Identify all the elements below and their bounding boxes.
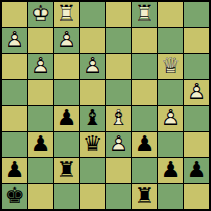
black-rook-icon: ♜ — [57, 159, 77, 181]
black-pawn-icon: ♟ — [5, 159, 25, 181]
square-a8[interactable] — [2, 2, 27, 27]
white-bishop-icon: ♝♗ — [109, 107, 129, 129]
square-g5[interactable] — [158, 80, 183, 105]
square-g4[interactable]: ♟♙ — [158, 106, 183, 131]
white-pawn-icon: ♟♙ — [83, 55, 103, 77]
black-pawn-icon: ♟ — [57, 107, 77, 129]
square-h3[interactable] — [184, 132, 209, 157]
square-d8[interactable] — [80, 2, 105, 27]
square-h6[interactable] — [184, 54, 209, 79]
white-pawn-icon: ♟♙ — [57, 29, 77, 51]
square-a1[interactable]: ♚ — [2, 184, 27, 209]
square-e4[interactable]: ♝♗ — [106, 106, 131, 131]
white-king-icon: ♚♔ — [31, 3, 51, 25]
square-f7[interactable] — [132, 28, 157, 53]
square-g7[interactable] — [158, 28, 183, 53]
black-pawn-icon: ♟ — [31, 133, 51, 155]
square-c5[interactable] — [54, 80, 79, 105]
square-d7[interactable] — [80, 28, 105, 53]
square-d1[interactable] — [80, 184, 105, 209]
square-f3[interactable]: ♟ — [132, 132, 157, 157]
black-pawn-icon: ♟ — [161, 159, 181, 181]
square-b4[interactable] — [28, 106, 53, 131]
square-d5[interactable] — [80, 80, 105, 105]
chess-board-frame: ♚♔♜♖♜♖♟♙♟♙♟♙♟♙♛♕♟♙♟♝♝♗♟♙♟♛♟♙♟♟♜♟♟♚♜ — [0, 0, 211, 211]
square-h5[interactable]: ♟♙ — [184, 80, 209, 105]
square-f4[interactable] — [132, 106, 157, 131]
chess-board: ♚♔♜♖♜♖♟♙♟♙♟♙♟♙♛♕♟♙♟♝♝♗♟♙♟♛♟♙♟♟♜♟♟♚♜ — [2, 2, 209, 209]
square-e5[interactable] — [106, 80, 131, 105]
square-b5[interactable] — [28, 80, 53, 105]
square-f8[interactable]: ♜♖ — [132, 2, 157, 27]
square-c8[interactable]: ♜♖ — [54, 2, 79, 27]
square-d3[interactable]: ♛ — [80, 132, 105, 157]
square-f2[interactable] — [132, 158, 157, 183]
black-rook-icon: ♜ — [135, 185, 155, 207]
square-g2[interactable]: ♟ — [158, 158, 183, 183]
square-f1[interactable]: ♜ — [132, 184, 157, 209]
square-a5[interactable] — [2, 80, 27, 105]
white-pawn-icon: ♟♙ — [109, 133, 129, 155]
square-g8[interactable] — [158, 2, 183, 27]
square-c4[interactable]: ♟ — [54, 106, 79, 131]
white-pawn-icon: ♟♙ — [161, 107, 181, 129]
white-rook-icon: ♜♖ — [57, 3, 77, 25]
black-king-icon: ♚ — [5, 185, 25, 207]
square-d6[interactable]: ♟♙ — [80, 54, 105, 79]
square-h8[interactable] — [184, 2, 209, 27]
square-a2[interactable]: ♟ — [2, 158, 27, 183]
square-c2[interactable]: ♜ — [54, 158, 79, 183]
square-e8[interactable] — [106, 2, 131, 27]
black-pawn-icon: ♟ — [187, 159, 207, 181]
square-b7[interactable] — [28, 28, 53, 53]
square-e1[interactable] — [106, 184, 131, 209]
square-a7[interactable]: ♟♙ — [2, 28, 27, 53]
white-queen-icon: ♛♕ — [161, 55, 181, 77]
white-pawn-icon: ♟♙ — [31, 55, 51, 77]
square-h2[interactable]: ♟ — [184, 158, 209, 183]
square-h7[interactable] — [184, 28, 209, 53]
square-a6[interactable] — [2, 54, 27, 79]
square-b2[interactable] — [28, 158, 53, 183]
square-b6[interactable]: ♟♙ — [28, 54, 53, 79]
square-g6[interactable]: ♛♕ — [158, 54, 183, 79]
black-bishop-icon: ♝ — [83, 107, 103, 129]
square-c1[interactable] — [54, 184, 79, 209]
square-d2[interactable] — [80, 158, 105, 183]
square-b8[interactable]: ♚♔ — [28, 2, 53, 27]
black-queen-icon: ♛ — [83, 133, 103, 155]
square-e2[interactable] — [106, 158, 131, 183]
square-c6[interactable] — [54, 54, 79, 79]
square-g3[interactable] — [158, 132, 183, 157]
square-c7[interactable]: ♟♙ — [54, 28, 79, 53]
square-e6[interactable] — [106, 54, 131, 79]
square-f5[interactable] — [132, 80, 157, 105]
square-b3[interactable]: ♟ — [28, 132, 53, 157]
square-c3[interactable] — [54, 132, 79, 157]
square-h1[interactable] — [184, 184, 209, 209]
white-pawn-icon: ♟♙ — [187, 81, 207, 103]
square-g1[interactable] — [158, 184, 183, 209]
square-e7[interactable] — [106, 28, 131, 53]
white-pawn-icon: ♟♙ — [5, 29, 25, 51]
square-a4[interactable] — [2, 106, 27, 131]
square-b1[interactable] — [28, 184, 53, 209]
square-e3[interactable]: ♟♙ — [106, 132, 131, 157]
square-a3[interactable] — [2, 132, 27, 157]
white-rook-icon: ♜♖ — [135, 3, 155, 25]
square-f6[interactable] — [132, 54, 157, 79]
square-d4[interactable]: ♝ — [80, 106, 105, 131]
black-pawn-icon: ♟ — [135, 133, 155, 155]
square-h4[interactable] — [184, 106, 209, 131]
